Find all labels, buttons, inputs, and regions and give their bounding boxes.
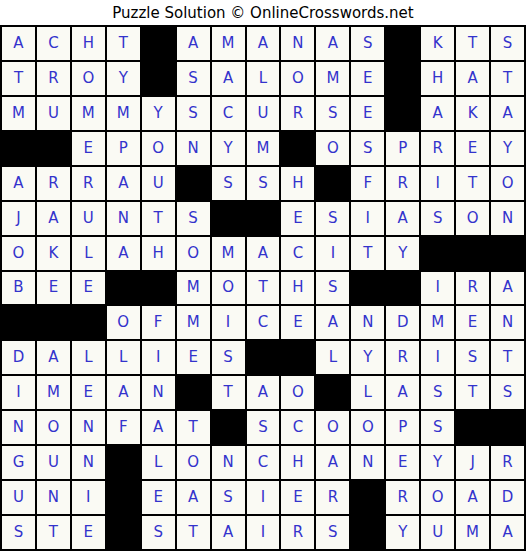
letter-cell: A <box>177 481 210 514</box>
letter-cell: A <box>491 272 524 305</box>
letter-cell: I <box>247 516 280 549</box>
letter-cell: U <box>421 516 454 549</box>
letter-cell: A <box>491 516 524 549</box>
black-cell <box>177 167 210 200</box>
letter-cell: E <box>72 132 105 165</box>
letter-cell: R <box>421 132 454 165</box>
letter-cell: C <box>247 446 280 479</box>
letter-cell: U <box>247 97 280 130</box>
letter-cell: N <box>491 202 524 235</box>
black-cell <box>107 481 140 514</box>
letter-cell: C <box>247 306 280 339</box>
letter-cell: Y <box>386 237 419 270</box>
letter-cell: A <box>247 237 280 270</box>
black-cell <box>107 516 140 549</box>
letter-cell: S <box>456 341 489 374</box>
letter-cell: H <box>142 237 175 270</box>
letter-cell: O <box>491 167 524 200</box>
letter-cell: Y <box>351 341 384 374</box>
letter-cell: O <box>142 132 175 165</box>
letter-cell: M <box>2 97 35 130</box>
letter-cell: D <box>491 481 524 514</box>
letter-cell: T <box>351 237 384 270</box>
letter-cell: T <box>177 411 210 444</box>
black-cell <box>212 202 245 235</box>
letter-cell: A <box>456 62 489 95</box>
letter-cell: N <box>72 446 105 479</box>
letter-cell: O <box>316 411 349 444</box>
letter-cell: L <box>72 341 105 374</box>
letter-cell: A <box>212 62 245 95</box>
letter-cell: O <box>177 237 210 270</box>
letter-cell: T <box>107 27 140 60</box>
black-cell <box>351 272 384 305</box>
letter-cell: R <box>37 62 70 95</box>
letter-cell: A <box>107 167 140 200</box>
letter-cell: R <box>37 167 70 200</box>
letter-cell: S <box>247 411 280 444</box>
letter-cell: F <box>142 306 175 339</box>
letter-cell: A <box>37 341 70 374</box>
letter-cell: A <box>2 27 35 60</box>
letter-cell: J <box>2 202 35 235</box>
letter-cell: M <box>37 376 70 409</box>
letter-cell: A <box>491 97 524 130</box>
letter-cell: C <box>281 411 314 444</box>
letter-cell: T <box>177 516 210 549</box>
letter-cell: A <box>247 27 280 60</box>
letter-cell: S <box>177 202 210 235</box>
letter-cell: P <box>386 132 419 165</box>
black-cell <box>247 341 280 374</box>
letter-cell: I <box>421 167 454 200</box>
letter-cell: N <box>351 446 384 479</box>
letter-cell: S <box>212 481 245 514</box>
letter-cell: S <box>177 62 210 95</box>
black-cell <box>386 62 419 95</box>
letter-cell: Y <box>491 132 524 165</box>
letter-cell: A <box>316 27 349 60</box>
letter-cell: T <box>142 202 175 235</box>
letter-cell: E <box>72 516 105 549</box>
black-cell <box>316 376 349 409</box>
letter-cell: E <box>177 341 210 374</box>
letter-cell: U <box>37 446 70 479</box>
letter-cell: E <box>351 62 384 95</box>
letter-cell: O <box>421 481 454 514</box>
letter-cell: A <box>247 376 280 409</box>
letter-cell: M <box>177 272 210 305</box>
letter-cell: I <box>316 237 349 270</box>
black-cell <box>2 132 35 165</box>
letter-cell: N <box>212 446 245 479</box>
letter-cell: M <box>247 132 280 165</box>
black-cell <box>37 306 70 339</box>
letter-cell: O <box>281 376 314 409</box>
letter-cell: S <box>247 167 280 200</box>
letter-cell: A <box>386 376 419 409</box>
letter-cell: H <box>281 446 314 479</box>
letter-cell: K <box>421 27 454 60</box>
letter-cell: S <box>421 376 454 409</box>
letter-cell: D <box>2 341 35 374</box>
letter-cell: R <box>491 446 524 479</box>
letter-cell: S <box>316 97 349 130</box>
letter-cell: N <box>351 306 384 339</box>
crossword-grid: ACHTAMANASKTSTROYSALOMEHATMUMMYSCURSEAKA… <box>0 25 526 551</box>
letter-cell: E <box>72 272 105 305</box>
letter-cell: O <box>316 132 349 165</box>
black-cell <box>281 341 314 374</box>
letter-cell: Y <box>107 62 140 95</box>
letter-cell: A <box>2 167 35 200</box>
letter-cell: A <box>316 446 349 479</box>
letter-cell: A <box>212 516 245 549</box>
black-cell <box>177 376 210 409</box>
letter-cell: R <box>386 341 419 374</box>
letter-cell: C <box>281 237 314 270</box>
letter-cell: M <box>421 306 454 339</box>
letter-cell: N <box>491 306 524 339</box>
letter-cell: I <box>421 272 454 305</box>
letter-cell: E <box>386 446 419 479</box>
letter-cell: A <box>142 411 175 444</box>
black-cell <box>421 237 454 270</box>
letter-cell: T <box>491 341 524 374</box>
letter-cell: E <box>37 272 70 305</box>
black-cell <box>491 411 524 444</box>
black-cell <box>386 272 419 305</box>
letter-cell: L <box>316 341 349 374</box>
black-cell <box>107 272 140 305</box>
black-cell <box>281 132 314 165</box>
letter-cell: A <box>456 481 489 514</box>
letter-cell: M <box>456 516 489 549</box>
letter-cell: R <box>386 167 419 200</box>
black-cell <box>142 62 175 95</box>
letter-cell: A <box>177 27 210 60</box>
letter-cell: A <box>107 237 140 270</box>
letter-cell: F <box>107 411 140 444</box>
letter-cell: I <box>2 376 35 409</box>
letter-cell: T <box>456 167 489 200</box>
letter-cell: M <box>72 97 105 130</box>
letter-cell: A <box>386 202 419 235</box>
letter-cell: D <box>386 306 419 339</box>
letter-cell: I <box>212 306 245 339</box>
letter-cell: S <box>316 202 349 235</box>
black-cell <box>142 27 175 60</box>
letter-cell: N <box>177 132 210 165</box>
letter-cell: R <box>316 481 349 514</box>
letter-cell: S <box>491 376 524 409</box>
letter-cell: L <box>351 376 384 409</box>
letter-cell: I <box>72 481 105 514</box>
letter-cell: R <box>456 272 489 305</box>
letter-cell: O <box>281 62 314 95</box>
letter-cell: T <box>456 376 489 409</box>
black-cell <box>212 411 245 444</box>
black-cell <box>386 27 419 60</box>
black-cell <box>351 481 384 514</box>
letter-cell: U <box>2 481 35 514</box>
letter-cell: O <box>37 411 70 444</box>
letter-cell: O <box>456 202 489 235</box>
letter-cell: T <box>2 62 35 95</box>
letter-cell: E <box>281 306 314 339</box>
letter-cell: C <box>37 27 70 60</box>
letter-cell: N <box>72 411 105 444</box>
letter-cell: K <box>456 97 489 130</box>
letter-cell: U <box>72 202 105 235</box>
letter-cell: O <box>212 272 245 305</box>
letter-cell: F <box>351 167 384 200</box>
letter-cell: S <box>212 167 245 200</box>
letter-cell: C <box>212 97 245 130</box>
black-cell <box>107 446 140 479</box>
letter-cell: L <box>142 446 175 479</box>
letter-cell: T <box>456 27 489 60</box>
letter-cell: H <box>72 27 105 60</box>
black-cell <box>37 132 70 165</box>
letter-cell: B <box>2 272 35 305</box>
letter-cell: E <box>281 202 314 235</box>
letter-cell: M <box>107 97 140 130</box>
letter-cell: E <box>456 306 489 339</box>
letter-cell: E <box>351 97 384 130</box>
letter-cell: N <box>142 376 175 409</box>
black-cell <box>142 272 175 305</box>
black-cell <box>2 306 35 339</box>
black-cell <box>456 411 489 444</box>
letter-cell: N <box>107 202 140 235</box>
letter-cell: E <box>142 481 175 514</box>
letter-cell: L <box>107 341 140 374</box>
letter-cell: L <box>247 62 280 95</box>
black-cell <box>386 97 419 130</box>
letter-cell: S <box>491 27 524 60</box>
letter-cell: N <box>281 27 314 60</box>
letter-cell: G <box>2 446 35 479</box>
letter-cell: P <box>386 411 419 444</box>
letter-cell: N <box>37 481 70 514</box>
letter-cell: U <box>37 97 70 130</box>
letter-cell: I <box>351 202 384 235</box>
black-cell <box>247 202 280 235</box>
letter-cell: E <box>281 481 314 514</box>
letter-cell: S <box>351 132 384 165</box>
letter-cell: K <box>37 237 70 270</box>
letter-cell: I <box>142 341 175 374</box>
letter-cell: M <box>212 27 245 60</box>
letter-cell: S <box>351 27 384 60</box>
letter-cell: Y <box>386 516 419 549</box>
letter-cell: R <box>386 481 419 514</box>
black-cell <box>491 237 524 270</box>
letter-cell: M <box>177 306 210 339</box>
letter-cell: O <box>351 411 384 444</box>
black-cell <box>316 167 349 200</box>
letter-cell: T <box>491 62 524 95</box>
letter-cell: Y <box>421 446 454 479</box>
letter-cell: A <box>316 306 349 339</box>
letter-cell: O <box>2 237 35 270</box>
letter-cell: O <box>107 306 140 339</box>
letter-cell: J <box>456 446 489 479</box>
letter-cell: E <box>456 132 489 165</box>
letter-cell: I <box>247 481 280 514</box>
letter-cell: A <box>37 202 70 235</box>
letter-cell: U <box>142 167 175 200</box>
letter-cell: Y <box>212 132 245 165</box>
letter-cell: O <box>177 446 210 479</box>
letter-cell: E <box>72 376 105 409</box>
letter-cell: S <box>212 341 245 374</box>
letter-cell: A <box>421 97 454 130</box>
letter-cell: M <box>316 62 349 95</box>
letter-cell: R <box>281 516 314 549</box>
letter-cell: S <box>2 516 35 549</box>
page-title: Puzzle Solution © OnlineCrosswords.net <box>0 0 526 25</box>
letter-cell: S <box>142 516 175 549</box>
letter-cell: S <box>316 516 349 549</box>
letter-cell: R <box>72 167 105 200</box>
letter-cell: T <box>37 516 70 549</box>
letter-cell: T <box>247 272 280 305</box>
letter-cell: R <box>281 97 314 130</box>
letter-cell: L <box>72 237 105 270</box>
letter-cell: Y <box>142 97 175 130</box>
letter-cell: N <box>2 411 35 444</box>
black-cell <box>72 306 105 339</box>
letter-cell: S <box>421 411 454 444</box>
black-cell <box>351 516 384 549</box>
letter-cell: T <box>212 376 245 409</box>
black-cell <box>456 237 489 270</box>
letter-cell: P <box>107 132 140 165</box>
letter-cell: A <box>107 376 140 409</box>
letter-cell: H <box>281 167 314 200</box>
letter-cell: S <box>421 202 454 235</box>
letter-cell: H <box>281 272 314 305</box>
letter-cell: O <box>72 62 105 95</box>
letter-cell: S <box>177 97 210 130</box>
letter-cell: S <box>316 272 349 305</box>
letter-cell: H <box>421 62 454 95</box>
letter-cell: I <box>421 341 454 374</box>
letter-cell: M <box>212 237 245 270</box>
